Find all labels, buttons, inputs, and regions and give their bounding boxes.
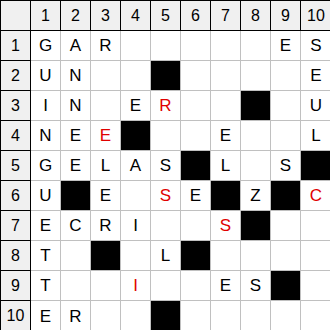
cell-r8c8[interactable] xyxy=(241,241,271,271)
cell-r3c1[interactable]: I xyxy=(31,91,61,121)
cell-r9c8[interactable]: S xyxy=(241,271,271,301)
row-header-6: 6 xyxy=(1,181,31,211)
cell-r1c7[interactable] xyxy=(211,31,241,61)
cell-r5c3[interactable]: L xyxy=(91,151,121,181)
cell-r3c3[interactable] xyxy=(91,91,121,121)
cell-r7c6[interactable] xyxy=(181,211,211,241)
cell-r3c5[interactable]: R xyxy=(151,91,181,121)
cell-r2c7[interactable] xyxy=(211,61,241,91)
black-square-r6c2 xyxy=(61,181,91,211)
black-square-r4c4 xyxy=(121,121,151,151)
cell-r2c6[interactable] xyxy=(181,61,211,91)
cell-r10c3[interactable] xyxy=(91,301,121,330)
black-square-r10c5 xyxy=(151,301,181,330)
cell-r4c7[interactable]: E xyxy=(211,121,241,151)
cell-r10c2[interactable]: R xyxy=(61,301,91,330)
cell-r9c1[interactable]: T xyxy=(31,271,61,301)
black-square-r6c7 xyxy=(211,181,241,211)
cell-r7c1[interactable]: E xyxy=(31,211,61,241)
col-header-4: 4 xyxy=(121,1,151,31)
cell-r1c10[interactable]: S xyxy=(301,31,330,61)
cell-r2c3[interactable] xyxy=(91,61,121,91)
cell-r2c9[interactable] xyxy=(271,61,301,91)
black-square-r5c10 xyxy=(301,151,330,181)
cell-r5c8[interactable] xyxy=(241,151,271,181)
cell-r3c6[interactable] xyxy=(181,91,211,121)
cell-r1c8[interactable] xyxy=(241,31,271,61)
cell-r4c6[interactable] xyxy=(181,121,211,151)
black-square-r5c6 xyxy=(181,151,211,181)
cell-r2c4[interactable] xyxy=(121,61,151,91)
row-header-4: 4 xyxy=(1,121,31,151)
cell-r3c7[interactable] xyxy=(211,91,241,121)
row-header-1: 1 xyxy=(1,31,31,61)
cell-r5c9[interactable]: S xyxy=(271,151,301,181)
cell-r6c10[interactable]: C xyxy=(301,181,330,211)
cell-r10c7[interactable] xyxy=(211,301,241,330)
cell-r10c6[interactable] xyxy=(181,301,211,330)
cell-r2c1[interactable]: U xyxy=(31,61,61,91)
cell-r7c4[interactable]: I xyxy=(121,211,151,241)
cell-r8c2[interactable] xyxy=(61,241,91,271)
crossword-grid: 123456789101GARES2UNE3INERU4NEEEL5GELASL… xyxy=(0,0,330,330)
cell-r1c2[interactable]: A xyxy=(61,31,91,61)
cell-r4c3[interactable]: E xyxy=(91,121,121,151)
cell-r8c1[interactable]: T xyxy=(31,241,61,271)
row-header-8: 8 xyxy=(1,241,31,271)
col-header-2: 2 xyxy=(61,1,91,31)
cell-r9c7[interactable]: E xyxy=(211,271,241,301)
cell-r4c9[interactable] xyxy=(271,121,301,151)
cell-r6c3[interactable]: E xyxy=(91,181,121,211)
cell-r7c3[interactable]: R xyxy=(91,211,121,241)
black-square-r7c8 xyxy=(241,211,271,241)
cell-r4c5[interactable] xyxy=(151,121,181,151)
cell-r8c5[interactable]: L xyxy=(151,241,181,271)
cell-r6c6[interactable]: E xyxy=(181,181,211,211)
cell-r3c4[interactable]: E xyxy=(121,91,151,121)
cell-r1c4[interactable] xyxy=(121,31,151,61)
cell-r7c5[interactable] xyxy=(151,211,181,241)
black-square-r6c9 xyxy=(271,181,301,211)
cell-r10c10[interactable] xyxy=(301,301,330,330)
cell-r7c2[interactable]: C xyxy=(61,211,91,241)
cell-r7c10[interactable] xyxy=(301,211,330,241)
col-header-3: 3 xyxy=(91,1,121,31)
cell-r4c2[interactable]: E xyxy=(61,121,91,151)
cell-r7c9[interactable] xyxy=(271,211,301,241)
corner-cell xyxy=(1,1,31,31)
cell-r3c2[interactable]: N xyxy=(61,91,91,121)
cell-r4c1[interactable]: N xyxy=(31,121,61,151)
cell-r10c1[interactable]: E xyxy=(31,301,61,330)
black-square-r9c9 xyxy=(271,271,301,301)
cell-r9c6[interactable] xyxy=(181,271,211,301)
col-header-5: 5 xyxy=(151,1,181,31)
cell-r1c9[interactable]: E xyxy=(271,31,301,61)
row-header-5: 5 xyxy=(1,151,31,181)
cell-r5c7[interactable]: L xyxy=(211,151,241,181)
cell-r9c10[interactable] xyxy=(301,271,330,301)
cell-r10c4[interactable] xyxy=(121,301,151,330)
cell-r1c1[interactable]: G xyxy=(31,31,61,61)
cell-r2c2[interactable]: N xyxy=(61,61,91,91)
cell-r9c4[interactable]: I xyxy=(121,271,151,301)
cell-r3c10[interactable]: U xyxy=(301,91,330,121)
cell-r8c9[interactable] xyxy=(271,241,301,271)
cell-r9c5[interactable] xyxy=(151,271,181,301)
row-header-10: 10 xyxy=(1,301,31,330)
cell-r6c1[interactable]: U xyxy=(31,181,61,211)
cell-r7c7[interactable]: S xyxy=(211,211,241,241)
cell-r1c6[interactable] xyxy=(181,31,211,61)
row-header-2: 2 xyxy=(1,61,31,91)
black-square-r8c3 xyxy=(91,241,121,271)
cell-r6c8[interactable]: Z xyxy=(241,181,271,211)
col-header-1: 1 xyxy=(31,1,61,31)
cell-r5c2[interactable]: E xyxy=(61,151,91,181)
cell-r9c3[interactable] xyxy=(91,271,121,301)
col-header-9: 9 xyxy=(271,1,301,31)
cell-r5c1[interactable]: G xyxy=(31,151,61,181)
col-header-8: 8 xyxy=(241,1,271,31)
cell-r3c9[interactable] xyxy=(271,91,301,121)
row-header-7: 7 xyxy=(1,211,31,241)
cell-r1c3[interactable]: R xyxy=(91,31,121,61)
cell-r1c5[interactable] xyxy=(151,31,181,61)
cell-r2c8[interactable] xyxy=(241,61,271,91)
cell-r5c4[interactable]: A xyxy=(121,151,151,181)
cell-r8c10[interactable] xyxy=(301,241,330,271)
col-header-7: 7 xyxy=(211,1,241,31)
cell-r10c8[interactable] xyxy=(241,301,271,330)
row-header-9: 9 xyxy=(1,271,31,301)
cell-r4c10[interactable]: L xyxy=(301,121,330,151)
cell-r8c7[interactable] xyxy=(211,241,241,271)
cell-r9c2[interactable] xyxy=(61,271,91,301)
cell-r10c9[interactable] xyxy=(271,301,301,330)
black-square-r8c6 xyxy=(181,241,211,271)
cell-r2c10[interactable]: E xyxy=(301,61,330,91)
col-header-6: 6 xyxy=(181,1,211,31)
black-square-r3c8 xyxy=(241,91,271,121)
cell-r6c5[interactable]: S xyxy=(151,181,181,211)
cell-r6c4[interactable] xyxy=(121,181,151,211)
cell-r5c5[interactable]: S xyxy=(151,151,181,181)
col-header-10: 10 xyxy=(301,1,330,31)
cell-r4c8[interactable] xyxy=(241,121,271,151)
cell-r8c4[interactable] xyxy=(121,241,151,271)
black-square-r2c5 xyxy=(151,61,181,91)
row-header-3: 3 xyxy=(1,91,31,121)
